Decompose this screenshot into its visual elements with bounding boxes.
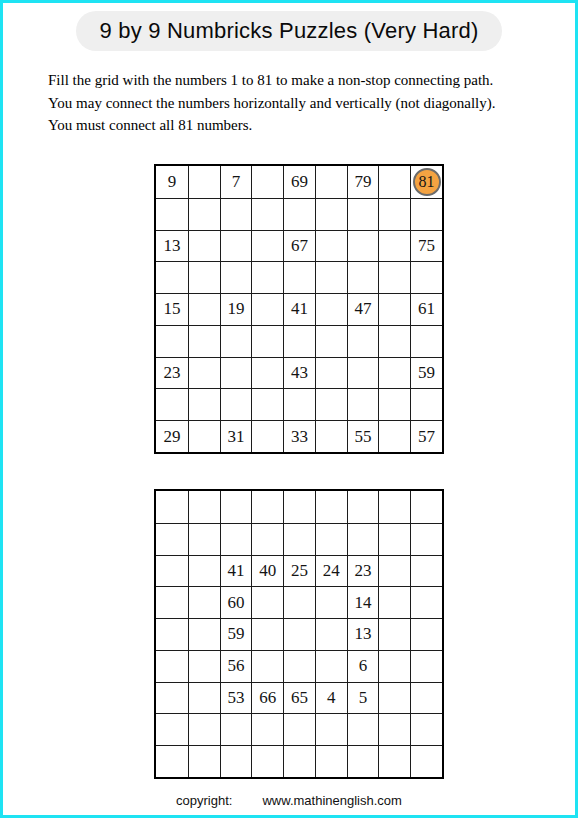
grid-cell-empty — [410, 713, 442, 745]
grid-cell-empty — [378, 491, 410, 523]
grid-cell-clue: 47 — [347, 293, 379, 325]
grid-cell-clue: 75 — [410, 230, 442, 262]
grid-cell-empty — [378, 650, 410, 682]
grid-cell-empty — [315, 166, 347, 198]
grid-cell-empty — [347, 713, 379, 745]
grid-cell-empty — [188, 713, 220, 745]
grid-cell-empty — [188, 388, 220, 420]
grid-cell-empty — [347, 523, 379, 555]
grid-cell-empty — [283, 388, 315, 420]
page-title: 9 by 9 Numbricks Puzzles (Very Hard) — [76, 11, 503, 51]
grid-cell-empty — [220, 491, 252, 523]
grid-cell-empty — [251, 198, 283, 230]
grid-cell-empty — [251, 357, 283, 389]
grid-cell-empty — [410, 491, 442, 523]
grid-cell-empty — [188, 357, 220, 389]
grid-cell-clue: 65 — [283, 682, 315, 714]
grid-cell-empty — [347, 198, 379, 230]
grid-cell-clue: 55 — [347, 420, 379, 452]
grid-cell-empty — [315, 650, 347, 682]
grid-cell-empty — [251, 420, 283, 452]
grid-cell-empty — [410, 261, 442, 293]
grid-cell-empty — [251, 166, 283, 198]
grid-cell-clue: 15 — [156, 293, 188, 325]
grid-cell-empty — [220, 261, 252, 293]
grid-cell-empty — [315, 325, 347, 357]
grid-cell-clue: 60 — [220, 586, 252, 618]
grid-cell-empty — [283, 261, 315, 293]
grid-cell-empty — [188, 745, 220, 777]
grid-cell-empty — [220, 357, 252, 389]
grid-cell-clue: 61 — [410, 293, 442, 325]
grid-cell-clue: 29 — [156, 420, 188, 452]
grid-cell-empty — [315, 586, 347, 618]
grid-cell-empty — [315, 713, 347, 745]
grid-cell-empty — [378, 420, 410, 452]
title-bar: 9 by 9 Numbricks Puzzles (Very Hard) — [3, 11, 575, 51]
instructions-line-3: You must connect all 81 numbers. — [48, 114, 496, 137]
grid-cell-clue: 41 — [220, 555, 252, 587]
numbricks-grid-1: 9769798113677515194147612343592931335557 — [154, 164, 444, 454]
grid-cell-empty — [410, 650, 442, 682]
grid-cell-empty — [315, 230, 347, 262]
grid-cell-empty — [283, 713, 315, 745]
grid-cell-empty — [410, 388, 442, 420]
grid-cell-empty — [188, 325, 220, 357]
grid-cell-clue: 24 — [315, 555, 347, 587]
grid-cell-empty — [188, 261, 220, 293]
grid-cell-clue: 69 — [283, 166, 315, 198]
highlight-circle: 81 — [413, 168, 441, 196]
grid-cell-clue: 56 — [220, 650, 252, 682]
grid-cell-empty — [220, 523, 252, 555]
grid-cell-empty — [378, 166, 410, 198]
footer: copyright:www.mathinenglish.com — [3, 793, 575, 808]
grid-cell-empty — [251, 745, 283, 777]
grid-cell-clue: 79 — [347, 166, 379, 198]
grid-cell-empty — [188, 293, 220, 325]
instructions-line-1: Fill the grid with the numbers 1 to 81 t… — [48, 69, 496, 92]
grid-cell-empty — [156, 388, 188, 420]
grid-cell-clue: 23 — [347, 555, 379, 587]
grid-cell-empty — [378, 745, 410, 777]
grid-cell-empty — [378, 325, 410, 357]
grid-cell-clue: 66 — [251, 682, 283, 714]
grid-cell-empty — [315, 198, 347, 230]
grid-cell-empty — [283, 198, 315, 230]
grid-cell-empty — [156, 325, 188, 357]
grid-cell-empty — [188, 618, 220, 650]
grid-cell-empty — [156, 261, 188, 293]
grid-cell-empty — [188, 682, 220, 714]
grid-cell-empty — [251, 388, 283, 420]
grid-cell-clue: 43 — [283, 357, 315, 389]
grid-cell-empty — [220, 325, 252, 357]
grid-cell-empty — [156, 586, 188, 618]
grid-cell-empty — [315, 491, 347, 523]
grid-cell-clue: 53 — [220, 682, 252, 714]
grid-cell-clue: 13 — [156, 230, 188, 262]
grid-cell-empty — [251, 293, 283, 325]
grid-cell-empty — [347, 230, 379, 262]
grid-cell-empty — [251, 325, 283, 357]
grid-cell-empty — [220, 388, 252, 420]
grid-cell-empty — [156, 491, 188, 523]
grid-cell-empty — [347, 388, 379, 420]
website-text: www.mathinenglish.com — [262, 793, 401, 808]
grid-cell-empty — [410, 523, 442, 555]
grid-cell-empty — [220, 713, 252, 745]
grid-cell-empty — [156, 682, 188, 714]
grid-cell-empty — [156, 555, 188, 587]
grid-cell-clue: 67 — [283, 230, 315, 262]
worksheet-page: 9 by 9 Numbricks Puzzles (Very Hard) Fil… — [0, 0, 578, 818]
grid-cell-empty — [156, 650, 188, 682]
instructions-line-2: You may connect the numbers horizontally… — [48, 92, 496, 115]
grid-cell-empty — [188, 420, 220, 452]
grid-cell-empty — [410, 618, 442, 650]
grid-cell-empty — [315, 293, 347, 325]
grid-cell-empty — [378, 555, 410, 587]
grid-cell-clue: 23 — [156, 357, 188, 389]
grid-cell-empty — [378, 586, 410, 618]
grid-cell-clue: 59 — [410, 357, 442, 389]
grid-cell-clue: 41 — [283, 293, 315, 325]
grid-cell-clue: 57 — [410, 420, 442, 452]
grid-cell-empty — [251, 713, 283, 745]
grid-cell-empty — [156, 745, 188, 777]
grid-cell-empty — [188, 650, 220, 682]
grid-cell-clue: 81 — [410, 166, 442, 198]
grid-cell-empty — [156, 198, 188, 230]
grid-cell-empty — [188, 523, 220, 555]
grid-cell-empty — [156, 618, 188, 650]
grid-cell-empty — [251, 261, 283, 293]
grid-cell-empty — [347, 357, 379, 389]
grid-cell-empty — [251, 230, 283, 262]
grid-cell-clue: 31 — [220, 420, 252, 452]
grid-cell-empty — [283, 745, 315, 777]
grid-cell-empty — [410, 586, 442, 618]
grid-cell-empty — [347, 325, 379, 357]
grid-cell-empty — [410, 198, 442, 230]
grid-cell-clue: 6 — [347, 650, 379, 682]
grid-cell-empty — [283, 650, 315, 682]
numbricks-grid-2: 41402524236014591356653666545 — [154, 489, 444, 779]
grid-cell-empty — [378, 198, 410, 230]
grid-cell-clue: 25 — [283, 555, 315, 587]
grid-cell-empty — [347, 745, 379, 777]
grid-cell-empty — [283, 618, 315, 650]
grid-cell-empty — [410, 682, 442, 714]
grid-cell-empty — [378, 357, 410, 389]
grid-cell-empty — [188, 555, 220, 587]
grid-cell-empty — [410, 325, 442, 357]
grid-cell-clue: 14 — [347, 586, 379, 618]
grid-cell-empty — [188, 491, 220, 523]
grid-cell-clue: 4 — [315, 682, 347, 714]
grid-cell-empty — [378, 682, 410, 714]
grid-cell-empty — [251, 618, 283, 650]
grid-cell-empty — [251, 586, 283, 618]
grid-cell-empty — [156, 523, 188, 555]
grid-cell-empty — [251, 650, 283, 682]
grid-cell-empty — [315, 745, 347, 777]
grid-cell-empty — [315, 388, 347, 420]
grid-cell-empty — [378, 713, 410, 745]
grid-cell-empty — [347, 491, 379, 523]
grid-cell-empty — [410, 745, 442, 777]
grid-cell-empty — [251, 523, 283, 555]
grid-cell-empty — [378, 261, 410, 293]
grid-cell-empty — [283, 586, 315, 618]
grid-cell-empty — [220, 745, 252, 777]
grid-cell-empty — [315, 261, 347, 293]
grid-cell-empty — [188, 586, 220, 618]
grid-cell-clue: 33 — [283, 420, 315, 452]
grid-cell-empty — [347, 261, 379, 293]
copyright-label: copyright: — [176, 793, 232, 808]
grid-cell-empty — [283, 491, 315, 523]
instructions-text: Fill the grid with the numbers 1 to 81 t… — [48, 69, 496, 137]
grid-cell-clue: 19 — [220, 293, 252, 325]
grid-cell-empty — [220, 230, 252, 262]
grid-cell-empty — [315, 523, 347, 555]
grid-cell-empty — [188, 230, 220, 262]
grid-cell-empty — [315, 420, 347, 452]
grid-cell-empty — [220, 198, 252, 230]
grid-cell-empty — [188, 166, 220, 198]
grid-cell-clue: 7 — [220, 166, 252, 198]
grid-cell-clue: 13 — [347, 618, 379, 650]
grid-cell-empty — [251, 491, 283, 523]
grid-cell-clue: 9 — [156, 166, 188, 198]
grid-cell-empty — [188, 198, 220, 230]
grid-cell-empty — [283, 523, 315, 555]
grid-cell-clue: 40 — [251, 555, 283, 587]
grid-cell-empty — [283, 325, 315, 357]
grid-cell-empty — [378, 230, 410, 262]
grid-cell-empty — [410, 555, 442, 587]
grid-cell-empty — [378, 618, 410, 650]
grid-cell-empty — [378, 523, 410, 555]
grid-cell-empty — [378, 388, 410, 420]
grid-cell-clue: 59 — [220, 618, 252, 650]
grid-cell-empty — [378, 293, 410, 325]
grid-cell-clue: 5 — [347, 682, 379, 714]
grid-cell-empty — [156, 713, 188, 745]
grid-cell-empty — [315, 618, 347, 650]
grid-cell-empty — [315, 357, 347, 389]
